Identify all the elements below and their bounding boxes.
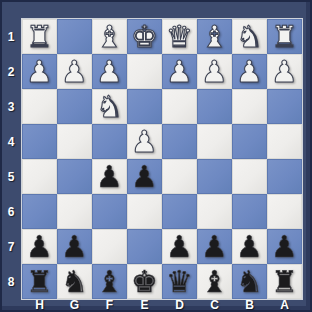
square-h3[interactable]: [22, 89, 57, 124]
square-b5[interactable]: [232, 159, 267, 194]
file-label-c: C: [197, 298, 232, 312]
square-d5[interactable]: [162, 159, 197, 194]
white-pawn[interactable]: ♟︎: [96, 54, 123, 89]
square-g3[interactable]: [57, 89, 92, 124]
square-e8[interactable]: ♚: [127, 264, 162, 299]
square-b8[interactable]: ♞: [232, 264, 267, 299]
file-label-g: G: [57, 298, 92, 312]
black-pawn[interactable]: ♟︎: [96, 159, 123, 194]
white-knight[interactable]: ♞: [96, 89, 123, 124]
square-d2[interactable]: ♟︎: [162, 54, 197, 89]
square-f6[interactable]: [92, 194, 127, 229]
board-frame: 12345678 ♜♝♚♛♝♞♜♟︎♟︎♟︎♟︎♟︎♟︎♟︎♞♟︎♟︎♟︎♟︎♟…: [0, 0, 312, 312]
square-c3[interactable]: [197, 89, 232, 124]
white-pawn[interactable]: ♟︎: [26, 54, 53, 89]
square-c4[interactable]: [197, 124, 232, 159]
black-knight[interactable]: ♞: [236, 264, 263, 299]
rank-label-7: 7: [0, 229, 22, 264]
square-g5[interactable]: [57, 159, 92, 194]
black-pawn[interactable]: ♟︎: [166, 229, 193, 264]
square-a3[interactable]: [267, 89, 302, 124]
square-b4[interactable]: [232, 124, 267, 159]
black-queen[interactable]: ♛: [166, 264, 193, 299]
rank-labels: 12345678: [0, 19, 22, 299]
square-e4[interactable]: ♟︎: [127, 124, 162, 159]
square-a5[interactable]: [267, 159, 302, 194]
square-h1[interactable]: ♜: [22, 19, 57, 54]
square-e3[interactable]: [127, 89, 162, 124]
black-bishop[interactable]: ♝: [96, 264, 123, 299]
rank-label-8: 8: [0, 264, 22, 299]
rank-label-2: 2: [0, 54, 22, 89]
square-e6[interactable]: [127, 194, 162, 229]
black-rook[interactable]: ♜: [26, 264, 53, 299]
square-e7[interactable]: [127, 229, 162, 264]
square-b7[interactable]: ♟︎: [232, 229, 267, 264]
black-pawn[interactable]: ♟︎: [131, 159, 158, 194]
white-king[interactable]: ♚: [131, 19, 158, 54]
file-label-e: E: [127, 298, 162, 312]
rank-label-4: 4: [0, 124, 22, 159]
white-bishop[interactable]: ♝: [201, 19, 228, 54]
white-pawn[interactable]: ♟︎: [271, 54, 298, 89]
black-pawn[interactable]: ♟︎: [271, 229, 298, 264]
square-e1[interactable]: ♚: [127, 19, 162, 54]
file-label-f: F: [92, 298, 127, 312]
square-g1[interactable]: [57, 19, 92, 54]
file-label-d: D: [162, 298, 197, 312]
square-f3[interactable]: ♞: [92, 89, 127, 124]
rank-label-5: 5: [0, 159, 22, 194]
square-h4[interactable]: [22, 124, 57, 159]
black-pawn[interactable]: ♟︎: [26, 229, 53, 264]
square-e5[interactable]: ♟︎: [127, 159, 162, 194]
file-label-b: B: [232, 298, 267, 312]
square-h2[interactable]: ♟︎: [22, 54, 57, 89]
square-f2[interactable]: ♟︎: [92, 54, 127, 89]
square-g7[interactable]: ♟︎: [57, 229, 92, 264]
chess-board: ♜♝♚♛♝♞♜♟︎♟︎♟︎♟︎♟︎♟︎♟︎♞♟︎♟︎♟︎♟︎♟︎♟︎♟︎♟︎♟︎…: [22, 19, 302, 299]
square-a4[interactable]: [267, 124, 302, 159]
square-c6[interactable]: [197, 194, 232, 229]
square-c7[interactable]: ♟︎: [197, 229, 232, 264]
rank-label-6: 6: [0, 194, 22, 229]
square-a1[interactable]: ♜: [267, 19, 302, 54]
square-h5[interactable]: [22, 159, 57, 194]
white-rook[interactable]: ♜: [271, 19, 298, 54]
white-pawn[interactable]: ♟︎: [61, 54, 88, 89]
square-d7[interactable]: ♟︎: [162, 229, 197, 264]
square-d4[interactable]: [162, 124, 197, 159]
square-g6[interactable]: [57, 194, 92, 229]
square-h7[interactable]: ♟︎: [22, 229, 57, 264]
black-knight[interactable]: ♞: [61, 264, 88, 299]
square-g2[interactable]: ♟︎: [57, 54, 92, 89]
square-d8[interactable]: ♛: [162, 264, 197, 299]
square-f8[interactable]: ♝: [92, 264, 127, 299]
square-a8[interactable]: ♜: [267, 264, 302, 299]
square-e2[interactable]: [127, 54, 162, 89]
white-knight[interactable]: ♞: [236, 19, 263, 54]
square-b6[interactable]: [232, 194, 267, 229]
black-bishop[interactable]: ♝: [201, 264, 228, 299]
white-pawn[interactable]: ♟︎: [131, 124, 158, 159]
rank-label-3: 3: [0, 89, 22, 124]
square-h8[interactable]: ♜: [22, 264, 57, 299]
white-bishop[interactable]: ♝: [96, 19, 123, 54]
square-c1[interactable]: ♝: [197, 19, 232, 54]
square-d6[interactable]: [162, 194, 197, 229]
black-king[interactable]: ♚: [131, 264, 158, 299]
square-d3[interactable]: [162, 89, 197, 124]
square-f5[interactable]: ♟︎: [92, 159, 127, 194]
square-f7[interactable]: [92, 229, 127, 264]
black-pawn[interactable]: ♟︎: [61, 229, 88, 264]
file-label-a: A: [267, 298, 302, 312]
square-a2[interactable]: ♟︎: [267, 54, 302, 89]
square-c8[interactable]: ♝: [197, 264, 232, 299]
file-label-h: H: [22, 298, 57, 312]
square-h6[interactable]: [22, 194, 57, 229]
white-rook[interactable]: ♜: [26, 19, 53, 54]
file-labels: HGFEDCBA: [22, 298, 302, 312]
white-pawn[interactable]: ♟︎: [166, 54, 193, 89]
square-c5[interactable]: [197, 159, 232, 194]
square-g8[interactable]: ♞: [57, 264, 92, 299]
square-a7[interactable]: ♟︎: [267, 229, 302, 264]
square-a6[interactable]: [267, 194, 302, 229]
square-b2[interactable]: ♟︎: [232, 54, 267, 89]
white-queen[interactable]: ♛: [166, 19, 193, 54]
rank-label-1: 1: [0, 19, 22, 54]
square-c2[interactable]: ♟︎: [197, 54, 232, 89]
square-b1[interactable]: ♞: [232, 19, 267, 54]
square-g4[interactable]: [57, 124, 92, 159]
black-pawn[interactable]: ♟︎: [201, 229, 228, 264]
square-b3[interactable]: [232, 89, 267, 124]
white-pawn[interactable]: ♟︎: [201, 54, 228, 89]
white-pawn[interactable]: ♟︎: [236, 54, 263, 89]
black-pawn[interactable]: ♟︎: [236, 229, 263, 264]
black-rook[interactable]: ♜: [271, 264, 298, 299]
square-f4[interactable]: [92, 124, 127, 159]
square-f1[interactable]: ♝: [92, 19, 127, 54]
square-d1[interactable]: ♛: [162, 19, 197, 54]
